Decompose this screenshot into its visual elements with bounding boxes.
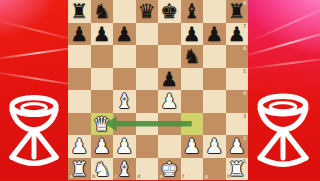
square-c2[interactable]: ♟	[113, 135, 136, 158]
square-f1[interactable]: f	[181, 158, 204, 181]
square-a3[interactable]	[68, 113, 91, 136]
square-e2[interactable]	[158, 135, 181, 158]
square-f6[interactable]: ♞	[181, 45, 204, 68]
square-c5[interactable]	[113, 68, 136, 91]
square-f5[interactable]	[181, 68, 204, 91]
piece-white-pawn[interactable]: ♟	[226, 135, 249, 158]
piece-black-queen[interactable]: ♛	[136, 0, 159, 23]
chess-board[interactable]: ♜♞♛♚♝8♜♟♟♟♟♟7♟♞6♟5♝♟4♛3♟♟♟♟♟2♟a♜b♞c♝de♚f…	[68, 0, 248, 180]
file-label-e: e	[160, 174, 163, 179]
square-b6[interactable]	[91, 45, 114, 68]
square-e3[interactable]	[158, 113, 181, 136]
piece-black-rook[interactable]: ♜	[68, 0, 91, 23]
square-c4[interactable]: ♝	[113, 90, 136, 113]
square-d8[interactable]: ♛	[136, 0, 159, 23]
piece-black-rook[interactable]: ♜	[226, 0, 249, 23]
piece-white-queen[interactable]: ♛	[91, 113, 114, 136]
right-red-panel	[248, 0, 320, 180]
square-h2[interactable]: 2♟	[226, 135, 249, 158]
square-e1[interactable]: e♚	[158, 158, 181, 181]
piece-white-bishop[interactable]: ♝	[113, 90, 136, 113]
piece-black-knight[interactable]: ♞	[91, 0, 114, 23]
square-c6[interactable]	[113, 45, 136, 68]
rank-label-4: 4	[243, 91, 246, 96]
square-d5[interactable]	[136, 68, 159, 91]
square-f7[interactable]: ♟	[181, 23, 204, 46]
left-red-panel	[0, 0, 68, 180]
rank-label-6: 6	[243, 46, 246, 51]
square-b7[interactable]: ♟	[91, 23, 114, 46]
hourglass-icon	[252, 92, 314, 180]
square-g4[interactable]	[203, 90, 226, 113]
file-label-h: h	[227, 174, 231, 179]
square-c3[interactable]	[113, 113, 136, 136]
square-h5[interactable]: 5	[226, 68, 249, 91]
square-h3[interactable]: 3	[226, 113, 249, 136]
rank-label-3: 3	[243, 114, 246, 119]
square-b4[interactable]	[91, 90, 114, 113]
hourglass-icon	[4, 92, 64, 180]
piece-black-king[interactable]: ♚	[158, 0, 181, 23]
piece-white-rook[interactable]: ♜	[226, 158, 249, 181]
file-label-b: b	[92, 174, 96, 179]
square-h8[interactable]: 8♜	[226, 0, 249, 23]
piece-white-pawn[interactable]: ♟	[91, 135, 114, 158]
piece-white-rook[interactable]: ♜	[68, 158, 91, 181]
square-d2[interactable]	[136, 135, 159, 158]
square-e6[interactable]	[158, 45, 181, 68]
video-frame: { "game": "chess", "position": { "fen": …	[0, 0, 320, 180]
square-b8[interactable]: ♞	[91, 0, 114, 23]
file-label-c: c	[115, 174, 118, 179]
square-c7[interactable]: ♟	[113, 23, 136, 46]
square-e8[interactable]: ♚	[158, 0, 181, 23]
square-f8[interactable]: ♝	[181, 0, 204, 23]
rank-label-1: 1	[243, 159, 246, 164]
light-ray	[248, 28, 320, 57]
square-d7[interactable]	[136, 23, 159, 46]
square-h6[interactable]: 6	[226, 45, 249, 68]
square-a1[interactable]: a♜	[68, 158, 91, 181]
piece-white-king[interactable]: ♚	[158, 158, 181, 181]
file-label-a: a	[70, 174, 73, 179]
square-a6[interactable]	[68, 45, 91, 68]
square-f3[interactable]	[181, 113, 204, 136]
square-b2[interactable]: ♟	[91, 135, 114, 158]
square-f2[interactable]: ♟	[181, 135, 204, 158]
piece-black-pawn[interactable]: ♟	[91, 23, 114, 46]
piece-white-knight[interactable]: ♞	[91, 158, 114, 181]
rank-label-7: 7	[243, 24, 246, 29]
piece-black-pawn[interactable]: ♟	[226, 23, 249, 46]
square-g8[interactable]	[203, 0, 226, 23]
square-h7[interactable]: 7♟	[226, 23, 249, 46]
square-f4[interactable]	[181, 90, 204, 113]
piece-black-pawn[interactable]: ♟	[68, 23, 91, 46]
piece-white-pawn[interactable]: ♟	[68, 135, 91, 158]
piece-black-pawn[interactable]: ♟	[203, 23, 226, 46]
piece-white-bishop[interactable]: ♝	[113, 158, 136, 181]
rank-label-8: 8	[243, 1, 246, 6]
piece-black-knight[interactable]: ♞	[181, 45, 204, 68]
square-d1[interactable]: d	[136, 158, 159, 181]
square-b1[interactable]: b♞	[91, 158, 114, 181]
piece-white-pawn[interactable]: ♟	[203, 135, 226, 158]
square-e4[interactable]: ♟	[158, 90, 181, 113]
square-g5[interactable]	[203, 68, 226, 91]
light-ray	[0, 19, 68, 43]
square-a4[interactable]	[68, 90, 91, 113]
square-a2[interactable]: ♟	[68, 135, 91, 158]
square-d4[interactable]	[136, 90, 159, 113]
rank-label-2: 2	[243, 136, 246, 141]
square-h1[interactable]: 1h♜	[226, 158, 249, 181]
square-c1[interactable]: c♝	[113, 158, 136, 181]
piece-white-pawn[interactable]: ♟	[158, 90, 181, 113]
square-e5[interactable]: ♟	[158, 68, 181, 91]
light-ray	[248, 56, 320, 70]
square-b5[interactable]	[91, 68, 114, 91]
piece-white-pawn[interactable]: ♟	[113, 135, 136, 158]
square-g6[interactable]	[203, 45, 226, 68]
light-ray	[0, 70, 68, 88]
file-label-d: d	[137, 174, 141, 179]
piece-black-pawn[interactable]: ♟	[158, 68, 181, 91]
square-g7[interactable]: ♟	[203, 23, 226, 46]
light-ray	[0, 45, 68, 60]
piece-black-pawn[interactable]: ♟	[113, 23, 136, 46]
piece-black-bishop[interactable]: ♝	[181, 0, 204, 23]
square-a5[interactable]	[68, 68, 91, 91]
file-label-f: f	[182, 174, 184, 179]
piece-white-pawn[interactable]: ♟	[181, 135, 204, 158]
square-b3[interactable]: ♛	[91, 113, 114, 136]
square-g1[interactable]: g	[203, 158, 226, 181]
rank-label-5: 5	[243, 69, 246, 74]
square-g2[interactable]: ♟	[203, 135, 226, 158]
square-h4[interactable]: 4	[226, 90, 249, 113]
square-a7[interactable]: ♟	[68, 23, 91, 46]
square-g3[interactable]	[203, 113, 226, 136]
square-d3[interactable]	[136, 113, 159, 136]
square-a8[interactable]: ♜	[68, 0, 91, 23]
square-d6[interactable]	[136, 45, 159, 68]
square-c8[interactable]	[113, 0, 136, 23]
piece-black-pawn[interactable]: ♟	[181, 23, 204, 46]
file-label-g: g	[205, 174, 209, 179]
square-e7[interactable]	[158, 23, 181, 46]
